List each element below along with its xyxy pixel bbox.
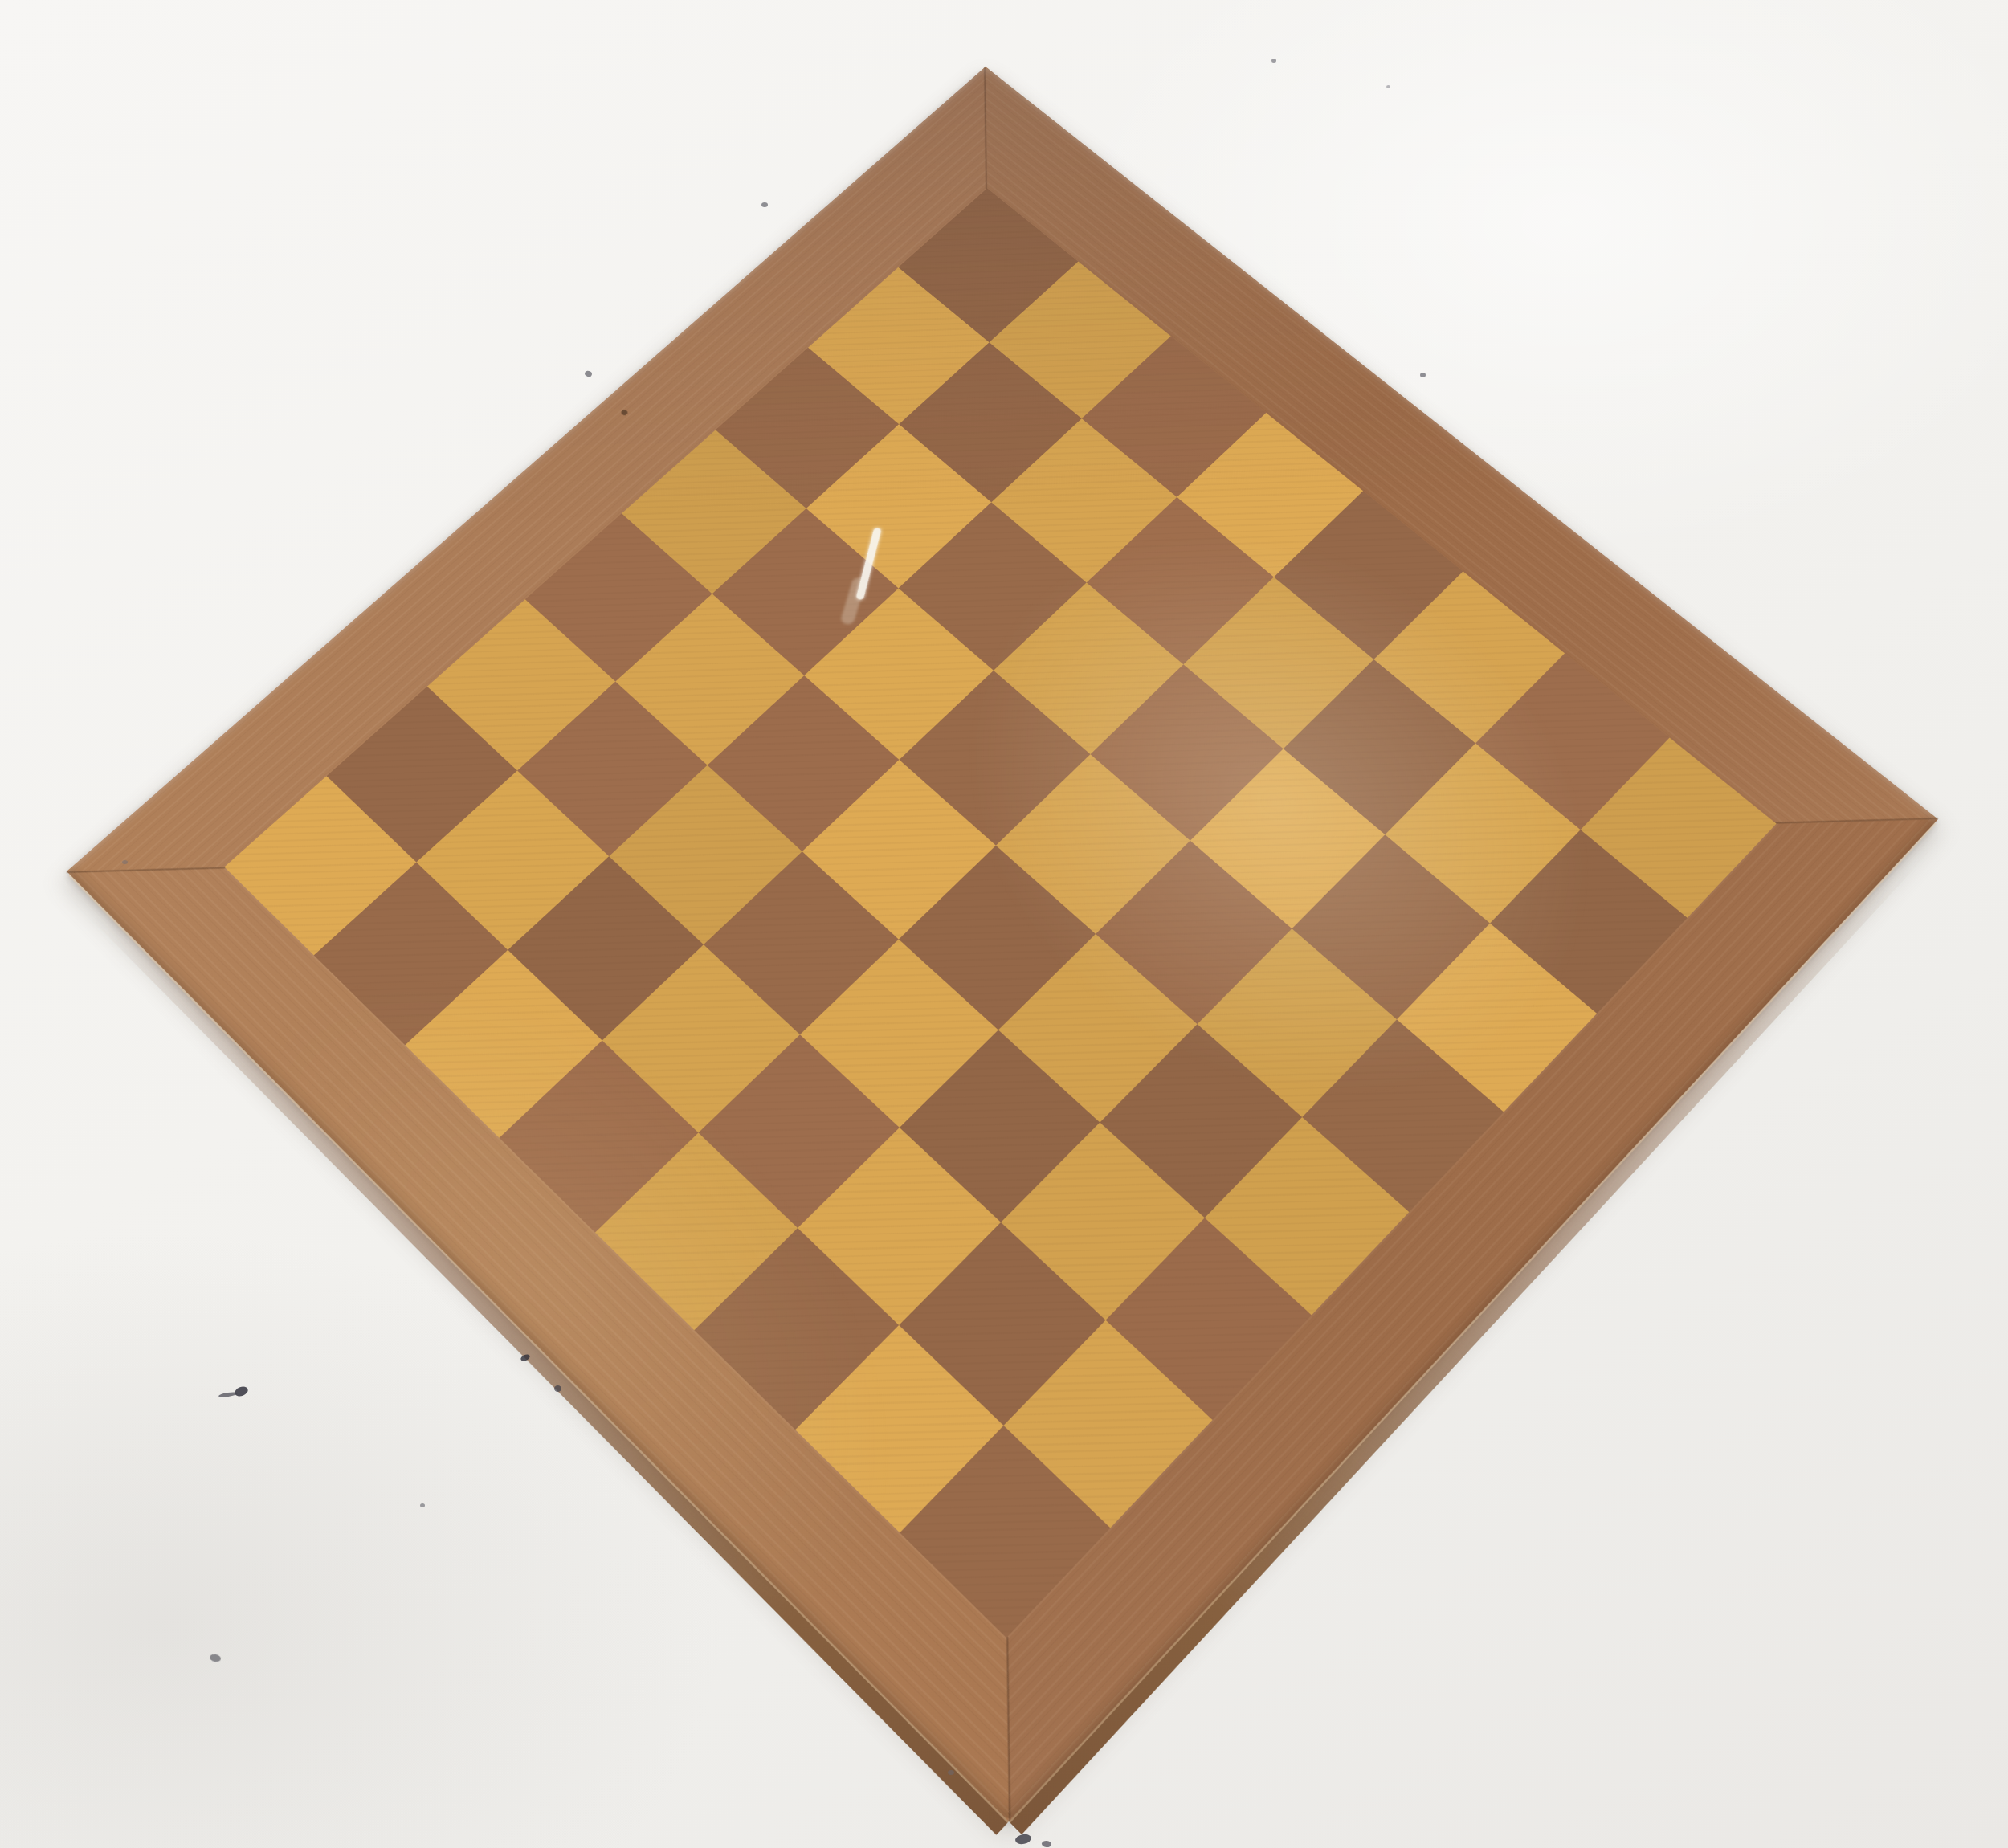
dust-speck (520, 1353, 531, 1362)
photo-background (0, 0, 2008, 1848)
dust-speck (122, 860, 128, 864)
dust-speck (1271, 59, 1276, 63)
dust-speck (1014, 1833, 1032, 1846)
dust-speck (420, 1503, 425, 1507)
chessboard (67, 67, 1938, 1821)
dust-speck (234, 1385, 250, 1397)
dust-speck (948, 1770, 954, 1775)
dust-speck (554, 1385, 561, 1392)
board-grid (224, 188, 1776, 1638)
dust-speck (1042, 1840, 1052, 1847)
dust-speck (218, 1391, 238, 1397)
dust-speck (761, 202, 768, 207)
dust-speck (584, 370, 593, 377)
dust-speck (1386, 85, 1390, 88)
dust-speck (209, 1654, 222, 1663)
dust-speck (1420, 373, 1426, 377)
